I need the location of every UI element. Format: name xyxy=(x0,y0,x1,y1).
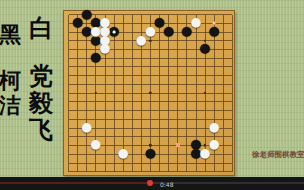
player-name-char: 洁 xyxy=(0,93,21,118)
grid-line-h xyxy=(69,163,233,164)
player-name-char: 飞 xyxy=(29,117,53,144)
white-stone: ● xyxy=(136,34,147,47)
go-board[interactable]: ●●●●●●●●●●●●●●●●●●●●●●●●●●●●● xyxy=(63,10,235,176)
grid-line-h xyxy=(69,171,233,172)
white-stone: ● xyxy=(200,147,211,160)
grid-line-h xyxy=(69,101,233,102)
player-name-char: 柯 xyxy=(0,68,21,93)
black-stone: ● xyxy=(163,25,174,38)
grid-line-v xyxy=(223,15,224,172)
white-stone: ● xyxy=(190,16,201,29)
time-label: 0:48 xyxy=(160,181,173,188)
white-player-name: 党毅飞 xyxy=(29,63,53,144)
black-stone: ● xyxy=(145,147,156,160)
grid-line-h xyxy=(69,110,233,111)
black-label: 黑 xyxy=(0,22,21,47)
player-column-white: 白 党毅飞 xyxy=(29,15,53,144)
grid-line-v xyxy=(159,15,160,172)
black-player-name: 柯洁 xyxy=(0,68,21,118)
annotation-square xyxy=(176,143,180,147)
player-column-black: 黑 柯洁 xyxy=(0,22,21,118)
last-move-marker xyxy=(113,31,116,34)
white-stone: ● xyxy=(99,43,110,56)
player-name-char: 党 xyxy=(29,63,53,90)
white-stone: ● xyxy=(209,121,220,134)
white-stone: ● xyxy=(81,121,92,134)
player-name-char: 毅 xyxy=(29,90,53,117)
grid-line-v xyxy=(232,15,233,172)
black-stone: ● xyxy=(209,25,220,38)
white-stone: ● xyxy=(90,139,101,152)
white-label: 白 xyxy=(29,15,53,42)
video-control-bar: 0:48 xyxy=(0,177,304,190)
watermark: 徐老师围棋教室 xyxy=(252,150,304,160)
progress-knob[interactable] xyxy=(147,180,153,186)
black-stone: ● xyxy=(200,43,211,56)
grid-line-v xyxy=(177,15,178,172)
progress-fill xyxy=(0,182,149,184)
white-stone: ● xyxy=(118,147,129,160)
video-frame[interactable]: 黑 柯洁 白 党毅飞 ●●●●●●●●●●●●●●●●●●●●●●●●●●●●●… xyxy=(0,0,304,190)
